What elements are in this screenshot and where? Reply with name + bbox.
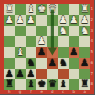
black-bishop[interactable]: ♝	[26, 79, 35, 89]
black-pawn[interactable]: ♟	[80, 58, 89, 68]
white-pawn[interactable]: ♟	[80, 15, 89, 25]
black-pawn[interactable]: ♟	[26, 69, 35, 79]
square-f6[interactable]: ♞	[26, 58, 37, 69]
square-b4[interactable]	[69, 36, 80, 47]
square-c7[interactable]	[58, 69, 69, 80]
square-h2[interactable]: ♟	[4, 15, 15, 26]
file-label-a: a	[79, 90, 90, 95]
black-pawn[interactable]: ♟	[37, 47, 46, 57]
black-bishop[interactable]: ♝	[59, 79, 68, 89]
rank-label-3: 3	[90, 26, 95, 37]
square-e6[interactable]	[36, 58, 47, 69]
square-h7[interactable]: ♟	[4, 69, 15, 80]
square-g1[interactable]	[15, 4, 26, 15]
file-label-d: d	[47, 90, 58, 95]
file-label-e: e	[36, 90, 47, 95]
white-bishop[interactable]: ♝	[16, 47, 25, 57]
square-e1[interactable]: ♚	[36, 4, 47, 15]
black-pawn[interactable]: ♟	[5, 69, 14, 79]
square-a7[interactable]	[79, 69, 90, 80]
white-pawn[interactable]: ♟	[37, 36, 46, 46]
square-b5[interactable]: ♟	[69, 47, 80, 58]
file-label-c: c	[58, 90, 69, 95]
square-d7[interactable]	[47, 69, 58, 80]
square-h4[interactable]	[4, 36, 15, 47]
black-rook[interactable]: ♜	[5, 79, 14, 89]
square-b7[interactable]	[69, 69, 80, 80]
square-a5[interactable]	[79, 47, 90, 58]
black-knight[interactable]: ♞	[26, 58, 35, 68]
square-f5[interactable]	[26, 47, 37, 58]
square-h1[interactable]: ♜	[4, 4, 15, 15]
white-pawn[interactable]: ♟	[26, 15, 35, 25]
square-f1[interactable]: ♝	[26, 4, 37, 15]
black-knight[interactable]: ♞	[59, 58, 68, 68]
square-d2[interactable]	[47, 15, 58, 26]
white-pawn[interactable]: ♟	[59, 15, 68, 25]
square-g6[interactable]	[15, 58, 26, 69]
black-rook[interactable]: ♜	[80, 79, 89, 89]
square-g7[interactable]: ♟	[15, 69, 26, 80]
chess-board[interactable]: ♜♝♚♛♜♟♟♟♟♟♟♞♞♟♝♟♟♞♟♞♟♟♟♟♜♝♚♛♝♜	[4, 4, 90, 90]
black-pawn[interactable]: ♟	[69, 47, 78, 57]
square-d4[interactable]	[47, 36, 58, 47]
square-g2[interactable]: ♟	[15, 15, 26, 26]
white-bishop[interactable]: ♝	[26, 4, 35, 14]
black-queen[interactable]: ♛	[48, 79, 57, 89]
square-d6[interactable]: ♟	[47, 58, 58, 69]
white-queen[interactable]: ♛	[48, 4, 57, 14]
square-e3[interactable]	[36, 26, 47, 37]
black-king[interactable]: ♚	[37, 79, 46, 89]
square-a6[interactable]: ♟	[79, 58, 90, 69]
square-d5[interactable]	[47, 47, 58, 58]
rank-label-7: 7	[90, 69, 95, 80]
square-f4[interactable]	[26, 36, 37, 47]
white-rook[interactable]: ♜	[5, 4, 14, 14]
square-c3[interactable]: ♞	[58, 26, 69, 37]
square-b6[interactable]	[69, 58, 80, 69]
black-pawn[interactable]: ♟	[48, 58, 57, 68]
square-f3[interactable]	[26, 26, 37, 37]
white-pawn[interactable]: ♟	[5, 15, 14, 25]
file-label-b: b	[69, 90, 80, 95]
square-f2[interactable]: ♟	[26, 15, 37, 26]
white-rook[interactable]: ♜	[80, 4, 89, 14]
square-b3[interactable]	[69, 26, 80, 37]
square-c1[interactable]	[58, 4, 69, 15]
square-a2[interactable]: ♟	[79, 15, 90, 26]
square-d1[interactable]: ♛	[47, 4, 58, 15]
square-e4[interactable]: ♟	[36, 36, 47, 47]
square-g3[interactable]	[15, 26, 26, 37]
square-h3[interactable]	[4, 26, 15, 37]
rank-label-1: 1	[90, 4, 95, 15]
square-b1[interactable]	[69, 4, 80, 15]
black-pawn[interactable]: ♟	[16, 69, 25, 79]
white-pawn[interactable]: ♟	[69, 15, 78, 25]
white-knight[interactable]: ♞	[59, 26, 68, 36]
square-e7[interactable]	[36, 69, 47, 80]
square-a1[interactable]: ♜	[79, 4, 90, 15]
square-f7[interactable]: ♟	[26, 69, 37, 80]
rank-label-8: 8	[90, 79, 95, 90]
square-d3[interactable]	[47, 26, 58, 37]
file-label-h: h	[4, 90, 15, 95]
square-h6[interactable]	[4, 58, 15, 69]
square-c2[interactable]: ♟	[58, 15, 69, 26]
square-e2[interactable]	[36, 15, 47, 26]
square-e5[interactable]: ♟	[36, 47, 47, 58]
chess-app-window: ♜♝♚♛♜♟♟♟♟♟♟♞♞♟♝♟♟♞♟♞♟♟♟♟♜♝♚♛♝♜ hgfedcba …	[0, 0, 94, 94]
square-c6[interactable]: ♞	[58, 58, 69, 69]
rank-label-4: 4	[90, 36, 95, 47]
file-labels: hgfedcba	[4, 90, 90, 95]
square-g4[interactable]	[15, 36, 26, 47]
file-label-g: g	[15, 90, 26, 95]
square-a3[interactable]: ♞	[79, 26, 90, 37]
rank-label-5: 5	[90, 47, 95, 58]
white-pawn[interactable]: ♟	[16, 15, 25, 25]
square-g5[interactable]: ♝	[15, 47, 26, 58]
white-king[interactable]: ♚	[37, 4, 46, 14]
file-label-f: f	[26, 90, 37, 95]
rank-label-6: 6	[90, 58, 95, 69]
rank-label-2: 2	[90, 15, 95, 26]
white-knight[interactable]: ♞	[80, 26, 89, 36]
rank-labels: 12345678	[90, 4, 95, 90]
square-c4[interactable]	[58, 36, 69, 47]
square-h5[interactable]	[4, 47, 15, 58]
square-b2[interactable]: ♟	[69, 15, 80, 26]
square-c5[interactable]	[58, 47, 69, 58]
square-a4[interactable]	[79, 36, 90, 47]
